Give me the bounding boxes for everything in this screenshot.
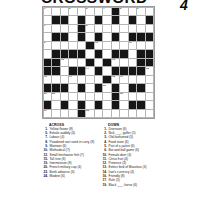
- white-cell[interactable]: [86, 84, 94, 92]
- black-cell: [129, 67, 137, 75]
- white-cell[interactable]: [52, 42, 60, 50]
- black-cell: [52, 16, 60, 24]
- white-cell[interactable]: 4: [103, 8, 111, 16]
- black-cell: [61, 33, 69, 41]
- black-cell: [78, 16, 86, 24]
- across-clue: 24.Modest (6): [43, 174, 101, 178]
- white-cell[interactable]: [120, 33, 128, 41]
- black-cell: [146, 50, 154, 58]
- white-cell[interactable]: [69, 42, 77, 50]
- white-cell[interactable]: [78, 8, 86, 16]
- black-cell: [146, 33, 154, 41]
- black-cell: [112, 50, 120, 58]
- white-cell[interactable]: [146, 25, 154, 33]
- white-cell[interactable]: 7: [44, 25, 52, 33]
- white-cell[interactable]: 19: [120, 76, 128, 84]
- cell-number: 16: [44, 75, 47, 78]
- white-cell[interactable]: [120, 101, 128, 109]
- black-cell: [69, 50, 77, 58]
- white-cell[interactable]: 23: [120, 93, 128, 101]
- white-cell[interactable]: [129, 50, 137, 58]
- black-cell: [129, 101, 137, 109]
- white-cell[interactable]: [103, 33, 111, 41]
- white-cell[interactable]: [137, 93, 145, 101]
- white-cell[interactable]: 11: [129, 42, 137, 50]
- white-cell[interactable]: [86, 76, 94, 84]
- white-cell[interactable]: [61, 110, 69, 118]
- black-cell: [103, 59, 111, 67]
- white-cell[interactable]: [103, 93, 111, 101]
- white-cell[interactable]: [69, 59, 77, 67]
- white-cell[interactable]: [78, 93, 86, 101]
- black-cell: [95, 84, 103, 92]
- white-cell[interactable]: [95, 93, 103, 101]
- white-cell[interactable]: [61, 8, 69, 16]
- black-cell: [61, 16, 69, 24]
- cell-number: 14: [86, 67, 89, 70]
- white-cell[interactable]: [103, 67, 111, 75]
- white-cell[interactable]: [129, 25, 137, 33]
- white-cell[interactable]: 24: [44, 110, 52, 118]
- white-cell[interactable]: [120, 84, 128, 92]
- white-cell[interactable]: [120, 110, 128, 118]
- white-cell[interactable]: 5: [120, 8, 128, 16]
- black-cell: [61, 50, 69, 58]
- cell-number: 25: [86, 109, 89, 112]
- white-cell[interactable]: [146, 84, 154, 92]
- black-cell: [137, 67, 145, 75]
- black-cell: [52, 59, 60, 67]
- black-cell: [129, 16, 137, 24]
- cell-number: 1: [44, 7, 45, 10]
- white-cell[interactable]: [137, 42, 145, 50]
- black-cell: [86, 42, 94, 50]
- white-cell[interactable]: [103, 25, 111, 33]
- white-cell[interactable]: [44, 33, 52, 41]
- black-cell: [44, 67, 52, 75]
- white-cell[interactable]: 18: [112, 76, 120, 84]
- cell-number: 5: [120, 7, 121, 10]
- white-cell[interactable]: [78, 76, 86, 84]
- white-cell[interactable]: [120, 16, 128, 24]
- black-cell: [61, 84, 69, 92]
- white-cell[interactable]: [137, 25, 145, 33]
- white-cell[interactable]: [112, 110, 120, 118]
- black-cell: [146, 59, 154, 67]
- crossword-title: CROSSWORD: [41, 0, 161, 5]
- black-cell: [44, 101, 52, 109]
- white-cell[interactable]: [137, 110, 145, 118]
- black-cell: [78, 25, 86, 33]
- black-cell: [44, 59, 52, 67]
- white-cell[interactable]: [120, 59, 128, 67]
- white-cell[interactable]: [61, 76, 69, 84]
- cell-number: 18: [112, 75, 115, 78]
- black-cell: [129, 84, 137, 92]
- cell-number: 15: [146, 67, 149, 70]
- cell-number: 12: [61, 58, 64, 61]
- white-cell[interactable]: [69, 93, 77, 101]
- white-cell[interactable]: [129, 93, 137, 101]
- cell-number: 19: [120, 75, 123, 78]
- white-cell[interactable]: [61, 42, 69, 50]
- cell-number: 10: [95, 41, 98, 44]
- white-cell[interactable]: [146, 93, 154, 101]
- white-cell[interactable]: [129, 59, 137, 67]
- white-cell[interactable]: [86, 101, 94, 109]
- black-cell: [112, 16, 120, 24]
- white-cell[interactable]: [69, 84, 77, 92]
- white-cell[interactable]: [86, 33, 94, 41]
- white-cell[interactable]: 15: [146, 67, 154, 75]
- black-cell: [146, 16, 154, 24]
- cell-number: 24: [44, 109, 47, 112]
- black-cell: [44, 84, 52, 92]
- white-cell[interactable]: 8: [86, 25, 94, 33]
- white-cell[interactable]: [120, 42, 128, 50]
- white-cell[interactable]: [69, 110, 77, 118]
- cell-number: 8: [86, 24, 87, 27]
- white-cell[interactable]: [95, 25, 103, 33]
- black-cell: [112, 93, 120, 101]
- white-cell[interactable]: [129, 76, 137, 84]
- white-cell[interactable]: [103, 42, 111, 50]
- black-cell: [95, 101, 103, 109]
- white-cell[interactable]: [103, 16, 111, 24]
- black-cell: [95, 67, 103, 75]
- cell-number: 13: [112, 58, 115, 61]
- white-cell[interactable]: [78, 59, 86, 67]
- cell-number: 6: [137, 7, 138, 10]
- black-cell: [137, 101, 145, 109]
- cell-number: 3: [86, 7, 87, 10]
- black-cell: [69, 67, 77, 75]
- white-cell[interactable]: [146, 8, 154, 16]
- page-number: 4: [180, 0, 188, 13]
- white-cell[interactable]: [86, 16, 94, 24]
- white-cell[interactable]: [129, 8, 137, 16]
- white-cell[interactable]: 13: [112, 59, 120, 67]
- white-cell[interactable]: [146, 101, 154, 109]
- cell-number: 22: [52, 92, 55, 95]
- white-cell[interactable]: [86, 50, 94, 58]
- white-cell[interactable]: [52, 8, 60, 16]
- black-cell: [95, 16, 103, 24]
- across-clue-list: 1.Yellow flower (8)5.Exhale audibly (4)7…: [43, 127, 101, 179]
- black-cell: [112, 84, 120, 92]
- black-cell: [78, 84, 86, 92]
- white-cell[interactable]: 6: [137, 8, 145, 16]
- white-cell[interactable]: [52, 76, 60, 84]
- white-cell[interactable]: 3: [86, 8, 94, 16]
- black-cell: [86, 59, 94, 67]
- white-cell[interactable]: [95, 110, 103, 118]
- cell-number: 11: [129, 41, 132, 44]
- white-cell[interactable]: [69, 25, 77, 33]
- white-cell[interactable]: [44, 50, 52, 58]
- white-cell[interactable]: 25: [86, 110, 94, 118]
- white-cell[interactable]: 1: [44, 8, 52, 16]
- clue-number: 24.: [43, 174, 48, 178]
- down-clues-column: DOWN 1.Diversion (6)2.Nick ___, golfer (…: [102, 122, 158, 187]
- white-cell[interactable]: [61, 67, 69, 75]
- white-cell[interactable]: [112, 25, 120, 33]
- white-cell[interactable]: 9: [44, 42, 52, 50]
- black-cell: [95, 33, 103, 41]
- black-cell: [52, 50, 60, 58]
- white-cell[interactable]: 20: [103, 84, 111, 92]
- white-cell[interactable]: [69, 16, 77, 24]
- black-cell: [52, 33, 60, 41]
- white-cell[interactable]: [69, 33, 77, 41]
- black-cell: [103, 76, 111, 84]
- black-cell: [137, 50, 145, 58]
- white-cell[interactable]: 16: [44, 76, 52, 84]
- black-cell: [78, 50, 86, 58]
- white-cell[interactable]: [52, 25, 60, 33]
- white-cell[interactable]: [78, 42, 86, 50]
- white-cell[interactable]: [112, 42, 120, 50]
- white-cell[interactable]: [103, 110, 111, 118]
- white-cell[interactable]: [146, 76, 154, 84]
- black-cell: [120, 50, 128, 58]
- white-cell[interactable]: [137, 76, 145, 84]
- white-cell[interactable]: [52, 110, 60, 118]
- black-cell: [78, 110, 86, 118]
- black-cell: [78, 33, 86, 41]
- black-cell: [137, 84, 145, 92]
- white-cell[interactable]: [52, 101, 60, 109]
- black-cell: [137, 59, 145, 67]
- down-clue-list: 1.Diversion (6)2.Nick ___, golfer (5)3.O…: [102, 127, 158, 187]
- black-cell: [78, 67, 86, 75]
- cell-number: 23: [120, 92, 123, 95]
- black-cell: [61, 101, 69, 109]
- down-clue: 19.Black ___, horse (6): [102, 182, 158, 186]
- black-cell: [112, 33, 120, 41]
- white-cell[interactable]: 14: [86, 67, 94, 75]
- cell-number: 17: [69, 75, 72, 78]
- white-cell[interactable]: 17: [69, 76, 77, 84]
- white-cell[interactable]: [146, 110, 154, 118]
- white-cell[interactable]: 2: [69, 8, 77, 16]
- white-cell[interactable]: 21: [44, 93, 52, 101]
- white-cell[interactable]: [69, 101, 77, 109]
- white-cell[interactable]: [103, 101, 111, 109]
- cell-number: 21: [44, 92, 47, 95]
- cell-number: 9: [44, 41, 45, 44]
- clue-number: 19.: [102, 182, 107, 186]
- black-cell: [129, 33, 137, 41]
- black-cell: [137, 33, 145, 41]
- white-cell[interactable]: [146, 42, 154, 50]
- white-cell[interactable]: 22: [52, 93, 60, 101]
- white-cell[interactable]: [137, 16, 145, 24]
- clues-section: ACROSS 1.Yellow flower (8)5.Exhale audib…: [42, 122, 158, 200]
- cell-number: 4: [103, 7, 104, 10]
- crossword-grid[interactable]: 1234567891011121314151617181920212223242…: [42, 6, 155, 119]
- white-cell[interactable]: [95, 76, 103, 84]
- white-cell[interactable]: [61, 25, 69, 33]
- black-cell: [112, 101, 120, 109]
- black-cell: [78, 101, 86, 109]
- white-cell[interactable]: [44, 16, 52, 24]
- white-cell[interactable]: [95, 59, 103, 67]
- black-cell: [95, 50, 103, 58]
- white-cell[interactable]: 10: [95, 42, 103, 50]
- black-cell: [52, 67, 60, 75]
- cell-number: 7: [44, 24, 45, 27]
- across-clues-column: ACROSS 1.Yellow flower (8)5.Exhale audib…: [43, 122, 101, 178]
- black-cell: [52, 84, 60, 92]
- white-cell[interactable]: [103, 50, 111, 58]
- white-cell[interactable]: [61, 93, 69, 101]
- white-cell[interactable]: [129, 110, 137, 118]
- white-cell[interactable]: [86, 93, 94, 101]
- white-cell[interactable]: [120, 25, 128, 33]
- black-cell: [120, 67, 128, 75]
- cell-number: 20: [103, 84, 106, 87]
- white-cell[interactable]: 12: [61, 59, 69, 67]
- black-cell: [112, 67, 120, 75]
- black-cell: [112, 8, 120, 16]
- cell-number: 2: [69, 7, 70, 10]
- white-cell[interactable]: [95, 8, 103, 16]
